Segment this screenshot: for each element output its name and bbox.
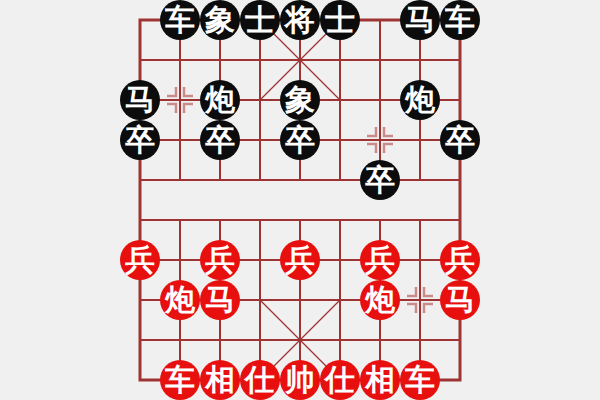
- piece-red-soldier[interactable]: 兵: [280, 240, 320, 280]
- xiangqi-board: 车象士将士马车马炮象炮卒卒卒卒卒兵兵兵兵兵炮马炮马车相仕帅仕相车: [0, 0, 600, 400]
- piece-red-soldier[interactable]: 兵: [200, 240, 240, 280]
- piece-black-chariot[interactable]: 车: [160, 0, 200, 40]
- piece-red-soldier[interactable]: 兵: [440, 240, 480, 280]
- piece-red-cannon[interactable]: 炮: [360, 280, 400, 320]
- piece-black-horse[interactable]: 马: [400, 0, 440, 40]
- piece-red-horse[interactable]: 马: [200, 280, 240, 320]
- piece-red-advisor[interactable]: 仕: [320, 360, 360, 400]
- piece-black-soldier[interactable]: 卒: [360, 160, 400, 200]
- piece-black-soldier[interactable]: 卒: [440, 120, 480, 160]
- piece-black-general[interactable]: 将: [280, 0, 320, 40]
- piece-black-elephant[interactable]: 象: [280, 80, 320, 120]
- piece-red-advisor[interactable]: 仕: [240, 360, 280, 400]
- piece-red-elephant[interactable]: 相: [360, 360, 400, 400]
- piece-red-horse[interactable]: 马: [440, 280, 480, 320]
- piece-black-cannon[interactable]: 炮: [200, 80, 240, 120]
- piece-black-soldier[interactable]: 卒: [280, 120, 320, 160]
- piece-black-advisor[interactable]: 士: [240, 0, 280, 40]
- piece-black-chariot[interactable]: 车: [440, 0, 480, 40]
- piece-black-cannon[interactable]: 炮: [400, 80, 440, 120]
- piece-red-chariot[interactable]: 车: [400, 360, 440, 400]
- piece-red-soldier[interactable]: 兵: [120, 240, 160, 280]
- piece-black-horse[interactable]: 马: [120, 80, 160, 120]
- piece-black-elephant[interactable]: 象: [200, 0, 240, 40]
- piece-black-soldier[interactable]: 卒: [120, 120, 160, 160]
- piece-red-soldier[interactable]: 兵: [360, 240, 400, 280]
- piece-layer: 车象士将士马车马炮象炮卒卒卒卒卒兵兵兵兵兵炮马炮马车相仕帅仕相车: [120, 0, 480, 400]
- piece-red-cannon[interactable]: 炮: [160, 280, 200, 320]
- piece-red-general[interactable]: 帅: [280, 360, 320, 400]
- piece-red-elephant[interactable]: 相: [200, 360, 240, 400]
- piece-black-advisor[interactable]: 士: [320, 0, 360, 40]
- piece-red-chariot[interactable]: 车: [160, 360, 200, 400]
- piece-black-soldier[interactable]: 卒: [200, 120, 240, 160]
